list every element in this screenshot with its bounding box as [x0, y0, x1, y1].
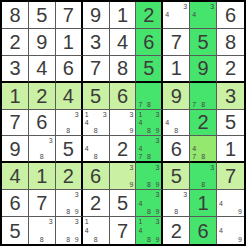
cell-r4c1[interactable]: 1 [2, 83, 29, 110]
cell-r2c8[interactable]: 5 [190, 29, 217, 56]
cell-r4c4[interactable]: 5 [83, 83, 110, 110]
solved-digit: 1 [225, 139, 236, 159]
pencil-mark-slot [119, 111, 126, 119]
pencil-marks: 38 [56, 110, 81, 136]
pencil-mark-slot [152, 145, 159, 153]
pencil-mark-slot: 3 [207, 3, 214, 11]
pencil-mark-slot [99, 126, 106, 134]
cell-r4c3[interactable]: 4 [56, 83, 83, 110]
cell-r9c6[interactable]: 13489 [136, 217, 163, 244]
cell-r5c8[interactable]: 2 [190, 110, 217, 137]
solved-digit: 1 [9, 86, 20, 106]
solved-digit: 9 [171, 86, 182, 106]
pencil-mark-slot: 8 [92, 153, 99, 161]
cell-r2c7[interactable]: 7 [163, 29, 190, 56]
solved-digit: 2 [171, 221, 182, 241]
pencil-mark-slot: 3 [45, 218, 52, 226]
pencil-mark-slot [227, 207, 235, 215]
pencil-mark-slot [173, 191, 180, 199]
pencil-mark-slot [234, 191, 242, 199]
cell-r5c3[interactable]: 38 [56, 110, 83, 137]
pencil-mark-slot: 4 [85, 226, 92, 234]
pencil-mark-slot [31, 235, 38, 243]
cell-r7c1[interactable]: 4 [2, 163, 29, 190]
pencil-mark-slot: 9 [234, 235, 242, 243]
cell-r9c9[interactable]: 49 [217, 217, 244, 244]
pencil-mark-slot [112, 119, 119, 127]
pencil-mark-slot [152, 84, 159, 92]
pencil-mark-slot: 8 [173, 207, 180, 215]
pencil-mark-slot: 3 [72, 191, 79, 199]
solved-digit: 8 [9, 5, 20, 25]
pencil-mark-slot [119, 126, 126, 134]
pencil-mark-slot [31, 145, 38, 153]
pencil-mark-slot [180, 199, 187, 207]
pencil-mark-slot [112, 111, 119, 119]
pencil-mark-slot: 3 [152, 137, 159, 145]
pencil-mark-slot [145, 164, 152, 172]
pencil-mark-slot: 7 [138, 100, 145, 108]
pencil-mark-slot [200, 92, 207, 100]
pencil-mark-slot [85, 153, 92, 161]
pencil-mark-slot: 9 [72, 235, 79, 243]
cell-r2c4[interactable]: 3 [83, 29, 110, 56]
cell-r4c6[interactable]: 78 [136, 83, 163, 110]
solved-digit: 5 [9, 221, 20, 241]
pencil-mark-slot [227, 218, 235, 226]
cell-r8c5[interactable]: 5 [110, 190, 137, 217]
cell-r2c1[interactable]: 2 [2, 29, 29, 56]
pencil-mark-slot: 9 [72, 207, 79, 215]
pencil-mark-slot [207, 180, 214, 188]
pencil-mark-slot [165, 111, 172, 119]
pencil-mark-slot [165, 207, 172, 215]
solved-digit: 6 [9, 193, 20, 213]
pencil-mark-slot [200, 11, 207, 19]
cell-r2c6[interactable]: 6 [136, 29, 163, 56]
pencil-mark-slot [145, 226, 152, 234]
cell-r7c5[interactable]: 39 [110, 163, 137, 190]
solved-digit: 3 [225, 86, 236, 106]
cell-r3c8[interactable]: 9 [190, 56, 217, 83]
pencil-mark-slot: 9 [152, 207, 159, 215]
pencil-mark-slot: 7 [192, 100, 199, 108]
pencil-mark-slot: 3 [180, 3, 187, 11]
cell-r2c9[interactable]: 8 [217, 29, 244, 56]
cell-r9c5[interactable]: 7 [110, 217, 137, 244]
solved-digit: 9 [36, 32, 47, 52]
cell-r3c4[interactable]: 7 [83, 56, 110, 83]
solved-digit: 7 [36, 193, 47, 213]
solved-digit: 1 [117, 5, 128, 25]
pencil-mark-slot [38, 145, 45, 153]
pencil-marks: 13489 [136, 217, 161, 244]
pencil-mark-slot [112, 126, 119, 134]
pencil-marks: 48 [163, 110, 189, 136]
pencil-mark-slot [58, 191, 65, 199]
pencil-mark-slot [152, 199, 159, 207]
pencil-marks: 389 [136, 163, 161, 189]
solved-digit: 9 [9, 139, 20, 159]
cell-r8c7[interactable]: 38 [163, 190, 190, 217]
pencil-marks: 34 [190, 2, 216, 28]
pencil-mark-slot [180, 126, 187, 134]
pencil-mark-slot: 4 [138, 119, 145, 127]
pencil-mark-slot: 3 [207, 164, 214, 172]
pencil-mark-slot [145, 92, 152, 100]
pencil-marks: 78 [190, 83, 216, 109]
pencil-mark-slot [38, 218, 45, 226]
pencil-mark-slot [180, 119, 187, 127]
pencil-mark-slot: 3 [99, 111, 106, 119]
cell-r7c9[interactable]: 7 [217, 163, 244, 190]
pencil-mark-slot [192, 164, 199, 172]
pencil-marks: 39 [110, 163, 136, 189]
cell-r1c8[interactable]: 34 [190, 2, 217, 29]
pencil-mark-slot [119, 119, 126, 127]
pencil-mark-slot: 8 [38, 153, 45, 161]
pencil-mark-slot: 4 [165, 119, 172, 127]
cell-r1c9[interactable]: 6 [217, 2, 244, 29]
solved-digit: 2 [198, 112, 209, 132]
pencil-mark-slot [227, 191, 235, 199]
pencil-mark-slot: 8 [145, 180, 152, 188]
pencil-mark-slot [192, 92, 199, 100]
solved-digit: 9 [198, 58, 209, 78]
cell-r9c4[interactable]: 148 [83, 217, 110, 244]
solved-digit: 2 [63, 166, 74, 186]
cell-r9c1[interactable]: 5 [2, 217, 29, 244]
cell-r7c4[interactable]: 6 [83, 163, 110, 190]
pencil-mark-slot [119, 164, 126, 172]
solved-digit: 5 [198, 32, 209, 52]
cell-r4c2[interactable]: 2 [29, 83, 56, 110]
cell-r2c3[interactable]: 1 [56, 29, 83, 56]
pencil-mark-slot [145, 111, 152, 119]
pencil-marks: 34 [163, 2, 189, 28]
cell-r8c2[interactable]: 7 [29, 190, 56, 217]
solved-digit: 7 [63, 5, 74, 25]
cell-r7c6[interactable]: 389 [136, 163, 163, 190]
solved-digit: 2 [90, 193, 101, 213]
pencil-mark-slot [145, 218, 152, 226]
cell-r6c9[interactable]: 1 [217, 136, 244, 163]
pencil-mark-slot [58, 235, 65, 243]
pencil-mark-slot [92, 218, 99, 226]
pencil-mark-slot [72, 199, 79, 207]
cell-r5c9[interactable]: 5 [217, 110, 244, 137]
pencil-mark-slot [207, 137, 214, 145]
pencil-mark-slot [58, 199, 65, 207]
pencil-mark-slot: 3 [126, 164, 133, 172]
cell-r1c6[interactable]: 2 [136, 2, 163, 29]
solved-digit: 7 [117, 221, 128, 241]
cell-r6c5[interactable]: 2 [110, 136, 137, 163]
pencil-mark-slot [31, 218, 38, 226]
pencil-mark-slot [192, 172, 199, 180]
solved-digit: 7 [171, 32, 182, 52]
cell-r6c8[interactable]: 478 [190, 136, 217, 163]
pencil-mark-slot [145, 172, 152, 180]
cell-r1c3[interactable]: 7 [56, 2, 83, 29]
pencil-mark-slot: 9 [152, 180, 159, 188]
pencil-mark-slot [192, 3, 199, 11]
pencil-mark-slot [92, 137, 99, 145]
pencil-mark-slot [31, 226, 38, 234]
pencil-mark-slot: 8 [145, 153, 152, 161]
cell-r9c2[interactable]: 38 [29, 217, 56, 244]
pencil-mark-slot [200, 3, 207, 11]
pencil-mark-slot: 1 [138, 111, 145, 119]
pencil-mark-slot: 9 [152, 235, 159, 243]
pencil-mark-slot: 8 [65, 207, 72, 215]
cell-r7c2[interactable]: 1 [29, 163, 56, 190]
pencil-mark-slot [200, 137, 207, 145]
pencil-mark-slot: 1 [138, 218, 145, 226]
solved-digit: 8 [225, 32, 236, 52]
pencil-marks: 48 [83, 136, 109, 161]
pencil-mark-slot: 3 [152, 111, 159, 119]
pencil-mark-slot [152, 100, 159, 108]
solved-digit: 5 [90, 86, 101, 106]
pencil-marks: 49 [217, 190, 244, 216]
pencil-mark-slot [31, 137, 38, 145]
pencil-marks: 38 [29, 136, 55, 161]
pencil-mark-slot [180, 111, 187, 119]
pencil-mark-slot [173, 111, 180, 119]
cell-r3c7[interactable]: 1 [163, 56, 190, 83]
pencil-mark-slot: 3 [72, 218, 79, 226]
solved-digit: 4 [36, 58, 47, 78]
cell-r3c6[interactable]: 5 [136, 56, 163, 83]
cell-r8c8[interactable]: 1 [190, 190, 217, 217]
pencil-mark-slot: 3 [126, 111, 133, 119]
pencil-mark-slot [152, 172, 159, 180]
pencil-mark-slot: 8 [92, 126, 99, 134]
pencil-mark-slot [138, 235, 145, 243]
cell-r7c8[interactable]: 38 [190, 163, 217, 190]
pencil-mark-slot [173, 3, 180, 11]
pencil-mark-slot: 9 [152, 126, 159, 134]
pencil-marks: 478 [190, 136, 216, 161]
pencil-mark-slot [38, 226, 45, 234]
solved-digit: 2 [143, 5, 154, 25]
solved-digit: 3 [90, 32, 101, 52]
pencil-marks: 38 [190, 163, 216, 189]
cell-r6c7[interactable]: 6 [163, 136, 190, 163]
cell-r8c4[interactable]: 2 [83, 190, 110, 217]
solved-digit: 6 [36, 112, 47, 132]
pencil-mark-slot [112, 164, 119, 172]
pencil-mark-slot [200, 84, 207, 92]
pencil-mark-slot [173, 119, 180, 127]
cell-r8c9[interactable]: 49 [217, 190, 244, 217]
pencil-mark-slot [45, 235, 52, 243]
cell-r5c5[interactable]: 39 [110, 110, 137, 137]
cell-r5c4[interactable]: 1348 [83, 110, 110, 137]
pencil-mark-slot [45, 153, 52, 161]
cell-r2c2[interactable]: 9 [29, 29, 56, 56]
pencil-mark-slot [219, 191, 227, 199]
pencil-mark-slot: 8 [145, 235, 152, 243]
pencil-mark-slot [200, 145, 207, 153]
pencil-mark-slot: 3 [152, 191, 159, 199]
cell-r7c3[interactable]: 2 [56, 163, 83, 190]
cell-r3c5[interactable]: 8 [110, 56, 137, 83]
pencil-mark-slot: 8 [200, 153, 207, 161]
cell-r6c4[interactable]: 48 [83, 136, 110, 163]
pencil-marks: 78 [136, 83, 161, 109]
pencil-mark-slot [180, 19, 187, 27]
cell-r1c4[interactable]: 9 [83, 2, 110, 29]
pencil-mark-slot [192, 137, 199, 145]
pencil-mark-slot: 4 [138, 145, 145, 153]
pencil-mark-slot [99, 137, 106, 145]
solved-digit: 5 [143, 58, 154, 78]
cell-r3c2[interactable]: 4 [29, 56, 56, 83]
pencil-mark-slot [192, 19, 199, 27]
pencil-mark-slot [173, 11, 180, 19]
solved-digit: 1 [198, 193, 209, 213]
pencil-mark-slot: 9 [126, 126, 133, 134]
pencil-mark-slot [145, 119, 152, 127]
cell-r4c9[interactable]: 3 [217, 83, 244, 110]
pencil-mark-slot [99, 235, 106, 243]
pencil-mark-slot: 4 [138, 226, 145, 234]
pencil-mark-slot [180, 11, 187, 19]
pencil-mark-slot: 4 [192, 145, 199, 153]
pencil-mark-slot [138, 207, 145, 215]
pencil-mark-slot [152, 92, 159, 100]
cell-r8c6[interactable]: 3489 [136, 190, 163, 217]
pencil-mark-slot [92, 111, 99, 119]
cell-r5c6[interactable]: 13489 [136, 110, 163, 137]
pencil-mark-slot: 8 [173, 126, 180, 134]
cell-r8c1[interactable]: 6 [2, 190, 29, 217]
cell-r1c1[interactable]: 8 [2, 2, 29, 29]
cell-r5c7[interactable]: 48 [163, 110, 190, 137]
solved-digit: 2 [225, 58, 236, 78]
pencil-mark-slot [165, 3, 172, 11]
cell-r8c3[interactable]: 389 [56, 190, 83, 217]
cell-r6c6[interactable]: 3478 [136, 136, 163, 163]
cell-r6c3[interactable]: 5 [56, 136, 83, 163]
solved-digit: 2 [117, 139, 128, 159]
cell-r9c7[interactable]: 2 [163, 217, 190, 244]
pencil-mark-slot: 8 [65, 126, 72, 134]
pencil-mark-slot [119, 180, 126, 188]
pencil-mark-slot [126, 119, 133, 127]
solved-digit: 5 [117, 193, 128, 213]
pencil-mark-slot [85, 126, 92, 134]
pencil-mark-slot [207, 153, 214, 161]
cell-r5c2[interactable]: 6 [29, 110, 56, 137]
solved-digit: 1 [63, 32, 74, 52]
pencil-marks: 38 [29, 217, 55, 244]
cell-r5c1[interactable]: 7 [2, 110, 29, 137]
pencil-mark-slot: 8 [38, 235, 45, 243]
pencil-mark-slot [145, 199, 152, 207]
pencil-mark-slot [138, 164, 145, 172]
pencil-mark-slot: 9 [126, 180, 133, 188]
pencil-mark-slot [180, 207, 187, 215]
pencil-mark-slot [207, 11, 214, 19]
pencil-mark-slot [38, 137, 45, 145]
pencil-mark-slot [138, 92, 145, 100]
cell-r3c3[interactable]: 6 [56, 56, 83, 83]
cell-r2c5[interactable]: 4 [110, 29, 137, 56]
pencil-mark-slot: 8 [145, 207, 152, 215]
pencil-mark-slot: 8 [145, 100, 152, 108]
pencil-mark-slot [145, 137, 152, 145]
cell-r4c8[interactable]: 78 [190, 83, 217, 110]
cell-r4c7[interactable]: 9 [163, 83, 190, 110]
cell-r6c1[interactable]: 9 [2, 136, 29, 163]
pencil-mark-slot [65, 111, 72, 119]
pencil-mark-slot [138, 84, 145, 92]
pencil-mark-slot [207, 84, 214, 92]
cell-r6c2[interactable]: 38 [29, 136, 56, 163]
cell-r9c3[interactable]: 389 [56, 217, 83, 244]
cell-r1c5[interactable]: 1 [110, 2, 137, 29]
pencil-mark-slot [85, 137, 92, 145]
pencil-mark-slot [65, 226, 72, 234]
pencil-mark-slot [138, 180, 145, 188]
cell-r1c2[interactable]: 5 [29, 2, 56, 29]
pencil-marks: 389 [56, 190, 81, 216]
solved-digit: 5 [225, 112, 236, 132]
solved-digit: 6 [143, 32, 154, 52]
pencil-mark-slot [227, 226, 235, 234]
pencil-mark-slot [92, 145, 99, 153]
pencil-mark-slot [200, 172, 207, 180]
sudoku-grid: 8579123434629134675834678519212456789783… [0, 0, 246, 246]
pencil-mark-slot: 4 [138, 199, 145, 207]
pencil-mark-slot [112, 180, 119, 188]
solved-digit: 9 [90, 5, 101, 25]
pencil-mark-slot: 4 [85, 145, 92, 153]
pencil-mark-slot [234, 218, 242, 226]
cell-r9c8[interactable]: 6 [190, 217, 217, 244]
pencil-mark-slot [85, 235, 92, 243]
pencil-mark-slot [112, 172, 119, 180]
pencil-marks: 3478 [136, 136, 161, 161]
pencil-mark-slot [207, 172, 214, 180]
pencil-mark-slot [152, 153, 159, 161]
pencil-mark-slot [58, 218, 65, 226]
pencil-mark-slot [119, 172, 126, 180]
cell-r4c5[interactable]: 6 [110, 83, 137, 110]
pencil-mark-slot [165, 191, 172, 199]
pencil-mark-slot [65, 191, 72, 199]
pencil-mark-slot: 7 [192, 153, 199, 161]
pencil-mark-slot [173, 199, 180, 207]
solved-digit: 5 [171, 166, 182, 186]
cell-r3c1[interactable]: 3 [2, 56, 29, 83]
solved-digit: 4 [63, 86, 74, 106]
cell-r1c7[interactable]: 34 [163, 2, 190, 29]
pencil-mark-slot [145, 84, 152, 92]
pencil-mark-slot [58, 111, 65, 119]
pencil-mark-slot [192, 84, 199, 92]
pencil-mark-slot [31, 153, 38, 161]
pencil-mark-slot [138, 126, 145, 134]
cell-r7c7[interactable]: 5 [163, 163, 190, 190]
pencil-mark-slot: 1 [85, 218, 92, 226]
pencil-mark-slot: 4 [165, 11, 172, 19]
pencil-mark-slot [145, 145, 152, 153]
cell-r3c9[interactable]: 2 [217, 56, 244, 83]
